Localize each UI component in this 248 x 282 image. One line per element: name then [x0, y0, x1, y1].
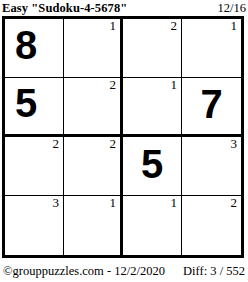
- progress-counter: 12/16: [218, 1, 246, 16]
- copyright-text: ©grouppuzzles.com - 12/2/2020: [3, 264, 165, 279]
- cell-hint: 1: [231, 19, 238, 33]
- cell-r4c1[interactable]: 3: [5, 196, 64, 255]
- cell-hint: 2: [110, 78, 117, 92]
- cell-hint: 1: [171, 196, 178, 210]
- puzzle-header: Easy "Sudoku-4-5678" 12/16: [0, 0, 248, 16]
- puzzle-title: Easy "Sudoku-4-5678": [2, 1, 127, 16]
- cell-hint: 1: [110, 19, 117, 33]
- cell-r1c2[interactable]: 1: [64, 19, 123, 78]
- cell-r3c2[interactable]: 2: [64, 137, 123, 196]
- puzzle-footer: ©grouppuzzles.com - 12/2/2020 Diff: 3 / …: [0, 258, 248, 279]
- cell-r4c4[interactable]: 2: [182, 196, 241, 255]
- cell-r2c3[interactable]: 1: [123, 78, 182, 137]
- cell-r3c4[interactable]: 3: [182, 137, 241, 196]
- cell-hint: 2: [110, 137, 117, 151]
- cell-r1c4[interactable]: 1: [182, 19, 241, 78]
- cell-r4c2[interactable]: 1: [64, 196, 123, 255]
- cell-r2c2[interactable]: 2: [64, 78, 123, 137]
- cell-hint: 1: [110, 196, 117, 210]
- cell-hint: 2: [171, 19, 178, 33]
- cell-hint: 1: [171, 78, 178, 92]
- cell-hint: 2: [53, 137, 60, 151]
- cell-r2c1[interactable]: 5: [5, 78, 64, 137]
- difficulty-text: Diff: 3 / 552: [183, 264, 245, 279]
- puzzle-page: Easy "Sudoku-4-5678" 12/16 8 1 2 1 5 2: [0, 0, 248, 282]
- cell-r4c3[interactable]: 1: [123, 196, 182, 255]
- cell-r3c3[interactable]: 5: [123, 137, 182, 196]
- cell-value: 8: [15, 25, 37, 65]
- cell-r1c3[interactable]: 2: [123, 19, 182, 78]
- cell-value: 5: [141, 144, 163, 184]
- cell-value: 7: [200, 84, 222, 124]
- cell-r2c4[interactable]: 7: [182, 78, 241, 137]
- sudoku-grid: 8 1 2 1 5 2 1 7 2: [2, 16, 244, 258]
- cell-value: 5: [15, 83, 37, 123]
- cell-hint: 3: [231, 137, 238, 151]
- cell-r1c1[interactable]: 8: [5, 19, 64, 78]
- cell-hint: 2: [231, 196, 238, 210]
- cell-hint: 3: [53, 196, 60, 210]
- cell-r3c1[interactable]: 2: [5, 137, 64, 196]
